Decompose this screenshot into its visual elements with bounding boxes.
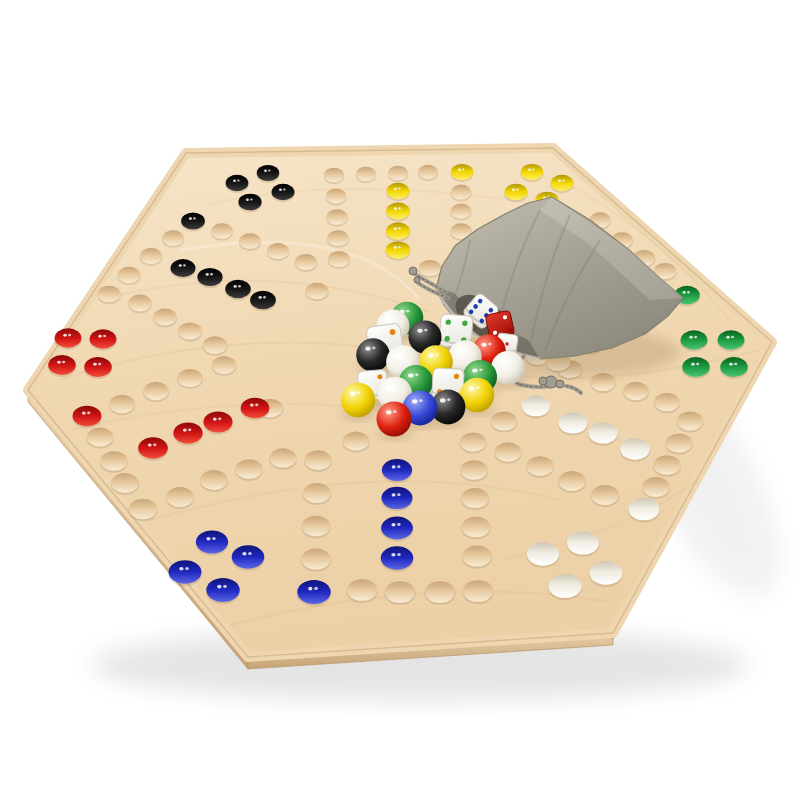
hole-wood [666, 433, 693, 452]
hole-specular [189, 217, 192, 220]
marble-specular [500, 360, 505, 364]
hole-specular [258, 296, 261, 299]
hole-specular [242, 552, 246, 556]
hole-specular [263, 296, 266, 298]
hole-specular [516, 188, 519, 190]
hole-wood [653, 455, 680, 475]
marble-specular [412, 399, 418, 403]
hole-yellow-home-1 [387, 183, 410, 200]
hole-red-base-4 [84, 357, 112, 377]
hole-wood [460, 432, 487, 451]
marble-specular [395, 354, 400, 358]
hole-specular [255, 404, 258, 407]
hole-white-home-3 [588, 422, 617, 443]
hole-specular [392, 493, 396, 496]
hole-specular [210, 273, 213, 275]
hole-wood [418, 165, 438, 179]
marble-specular [469, 386, 475, 390]
hole-yellow-base-1 [521, 164, 543, 180]
hole-red-home-1 [138, 437, 168, 458]
hole-wood [302, 516, 331, 537]
hole-wood [177, 369, 202, 387]
hole-wood [270, 448, 297, 467]
hole-wood [212, 356, 237, 374]
hole-specular [98, 363, 101, 366]
marble-specular [476, 386, 479, 389]
hole-green-base-2 [718, 330, 745, 349]
product-photo [0, 0, 800, 800]
hole-red-base-2 [90, 329, 117, 348]
hole-specular [458, 169, 461, 171]
hole-blue-base-4 [206, 578, 239, 602]
hole-specular [462, 169, 464, 171]
hole-red-base-3 [48, 355, 75, 375]
hole-wood [211, 223, 233, 239]
hole-wood [326, 189, 347, 204]
hole-wood [642, 477, 670, 497]
hole-blue-home-2 [382, 487, 413, 509]
hole-specular [82, 412, 86, 415]
hole-yellow-base-3 [505, 184, 528, 201]
hole-specular [87, 412, 90, 415]
hole-specular [308, 587, 312, 591]
hole-specular [268, 170, 270, 172]
hole-wood [97, 286, 120, 303]
hole-white-home-4 [620, 438, 650, 459]
hole-black-start [181, 212, 205, 229]
hole-specular [237, 179, 240, 181]
hole-specular [213, 418, 217, 421]
aggravation-board-photo [0, 0, 800, 800]
hole-black-base-3 [238, 194, 261, 211]
hole-wood [385, 581, 415, 603]
hole-wood [343, 431, 370, 450]
hole-wood [491, 412, 517, 431]
hole-wood [388, 166, 408, 181]
hole-specular [279, 188, 282, 190]
marble-specular [408, 373, 413, 377]
hole-wood [677, 412, 703, 431]
hole-specular [217, 585, 221, 589]
hole-wood [306, 283, 329, 300]
hole-specular [218, 418, 221, 421]
hole-specular [392, 465, 396, 468]
marble-specular [472, 368, 477, 372]
hole-specular [683, 291, 686, 294]
hole-wood [460, 460, 487, 480]
hole-specular [183, 264, 186, 266]
hole-specular [731, 336, 734, 339]
hole-white-base-4 [548, 574, 581, 598]
hole-blue-home-4 [381, 546, 414, 569]
hole-wood [303, 483, 331, 503]
hole-wood [140, 248, 162, 264]
hole-black-base-2 [257, 165, 279, 181]
hole-wood [109, 395, 135, 414]
hole-wood [100, 451, 127, 470]
marble-specular [350, 391, 356, 395]
hole-wood [654, 393, 680, 411]
hole-specular [148, 443, 152, 446]
hole-wood [153, 309, 177, 326]
hole-green-base-3 [682, 357, 710, 377]
hole-specular [689, 336, 692, 339]
hole-specular [238, 285, 241, 287]
hole-black-home-2 [197, 268, 222, 286]
hole-specular [246, 198, 249, 201]
hole-wood [87, 427, 113, 446]
hole-specular [394, 187, 397, 189]
hole-yellow-home-2 [386, 203, 409, 220]
cord-knot [414, 277, 420, 283]
hole-wood [526, 456, 553, 476]
hole-wood [200, 470, 228, 490]
hole-white-start [628, 498, 659, 520]
marble-specular [385, 318, 390, 322]
hole-wood [304, 450, 331, 469]
hole-specular [397, 553, 401, 556]
hole-specular [394, 207, 397, 210]
hole-specular [398, 187, 401, 189]
marble-specular [393, 410, 397, 413]
hole-wood [462, 545, 491, 566]
hole-specular [234, 285, 237, 288]
hole-specular [188, 428, 191, 431]
hole-blue-home-3 [381, 517, 413, 540]
marble-specular [488, 343, 491, 346]
hole-wood [301, 548, 330, 569]
marble-yellow [341, 383, 376, 418]
hole-specular [283, 188, 286, 190]
marble-specular [387, 385, 393, 389]
marble-specular [447, 398, 450, 401]
hole-specular [63, 334, 66, 337]
hole-black-base-1 [226, 175, 249, 191]
hole-yellow-start [451, 164, 473, 180]
hole-white-base-2 [527, 542, 559, 565]
hole-wood [591, 485, 619, 505]
cord-knot [539, 377, 547, 385]
hole-specular [233, 179, 236, 181]
hole-specular [250, 198, 253, 200]
hole-wood [463, 580, 493, 602]
marble-black [356, 338, 390, 372]
hole-yellow-base-2 [551, 175, 574, 191]
marble-specular [392, 318, 395, 321]
marble-specular [435, 354, 438, 357]
hole-specular [687, 291, 690, 293]
marble-specular [457, 349, 462, 353]
marble-specular [424, 329, 427, 332]
hole-specular [394, 227, 397, 230]
hole-specular [103, 335, 106, 338]
hole-specular [397, 465, 400, 468]
hole-wood [356, 167, 376, 182]
hole-blue-start [297, 580, 330, 604]
hole-red-home-3 [204, 412, 233, 433]
hole-wood [347, 579, 377, 601]
marble-specular [415, 373, 418, 376]
hole-red-start [73, 406, 102, 427]
hole-wood [450, 203, 471, 218]
marble-specular [365, 347, 370, 351]
hole-wood [324, 168, 344, 183]
hole-wood [623, 382, 648, 400]
hole-wood [419, 260, 441, 276]
hole-green-base-4 [720, 357, 748, 377]
hole-specular [193, 217, 196, 219]
hole-specular [98, 335, 101, 338]
hole-blue-base-2 [232, 545, 264, 568]
marble-specular [481, 343, 486, 347]
hole-specular [694, 336, 697, 339]
hole-wood [239, 233, 261, 249]
marble-specular [394, 385, 397, 388]
hole-black-home-1 [171, 259, 196, 277]
hole-specular [179, 264, 182, 267]
hole-specular [391, 553, 395, 557]
hole-wood [462, 517, 491, 538]
hole-specular [726, 336, 729, 339]
hole-yellow-home-3 [386, 222, 410, 239]
marble-specular [357, 391, 360, 394]
hole-wood [235, 459, 262, 479]
marble-specular [419, 399, 422, 402]
hole-specular [558, 179, 561, 181]
hole-specular [562, 179, 565, 181]
hole-wood [327, 230, 349, 246]
marble-specular [406, 310, 409, 313]
hole-specular [179, 567, 183, 571]
hole-specular [394, 246, 397, 249]
hole-wood [203, 336, 227, 353]
hole-wood [295, 254, 317, 270]
marble-specular [440, 398, 446, 402]
marble-specular [464, 349, 467, 352]
hole-specular [185, 567, 189, 570]
hole-wood [425, 581, 455, 603]
hole-wood [495, 442, 522, 461]
hole-red-home-4 [241, 398, 270, 419]
cord-knot [409, 267, 417, 275]
hole-blue-base-3 [169, 560, 202, 584]
hole-black-home-3 [225, 280, 251, 298]
marble-specular [386, 410, 392, 414]
hole-specular [153, 443, 156, 446]
marble-specular [372, 347, 375, 350]
hole-specular [212, 537, 216, 540]
hole-specular [250, 404, 254, 407]
hole-black-base-4 [272, 184, 295, 201]
hole-specular [398, 227, 401, 229]
hole-wood [111, 473, 139, 493]
hole-specular [512, 188, 515, 190]
hole-specular [248, 552, 252, 555]
hole-blue-home-1 [382, 459, 412, 481]
hole-specular [729, 363, 733, 366]
hole-specular [398, 246, 401, 248]
hole-blue-base-1 [196, 530, 228, 553]
hole-specular [57, 361, 61, 364]
hole-red-home-2 [173, 422, 202, 443]
hole-yellow-home-4 [386, 241, 411, 259]
marble-specular [428, 354, 433, 358]
marble-specular [402, 354, 405, 357]
hole-specular [62, 361, 65, 364]
hole-specular [223, 585, 227, 588]
hole-wood [326, 209, 347, 224]
hole-white-base-1 [567, 531, 599, 554]
hole-wood [461, 488, 489, 508]
marble-specular [507, 360, 510, 363]
hole-wood [118, 267, 141, 283]
hole-specular [532, 169, 534, 171]
hole-white-home-2 [559, 413, 588, 434]
hole-red-base-1 [55, 328, 82, 347]
hole-wood [178, 322, 202, 339]
hole-specular [397, 523, 400, 526]
marble-specular [479, 368, 482, 371]
hole-wood [162, 230, 184, 246]
hole-specular [264, 170, 267, 172]
hole-black-home-4 [250, 291, 276, 310]
hole-specular [68, 334, 71, 337]
cord-knot [556, 380, 564, 388]
hole-specular [93, 363, 97, 366]
hole-wood [558, 471, 586, 491]
hole-specular [528, 169, 531, 171]
hole-specular [206, 537, 210, 540]
hole-white-home-1 [522, 396, 551, 417]
hole-wood [143, 382, 168, 400]
hole-specular [183, 428, 187, 431]
hole-wood [328, 251, 350, 267]
hole-white-base-3 [590, 561, 623, 585]
hole-specular [206, 273, 209, 276]
hole-green-base-1 [681, 330, 708, 349]
hole-specular [391, 523, 395, 526]
hole-wood [267, 243, 289, 259]
hole-specular [734, 363, 737, 366]
hole-wood [128, 295, 151, 312]
hole-specular [314, 587, 318, 590]
marble-specular [417, 329, 422, 333]
hole-wood [129, 499, 157, 519]
hole-specular [398, 207, 401, 209]
marble-red [376, 401, 411, 436]
hole-specular [691, 363, 695, 366]
hole-specular [696, 363, 699, 366]
hole-wood [451, 185, 472, 200]
hole-specular [397, 493, 400, 496]
hole-wood [166, 487, 194, 507]
